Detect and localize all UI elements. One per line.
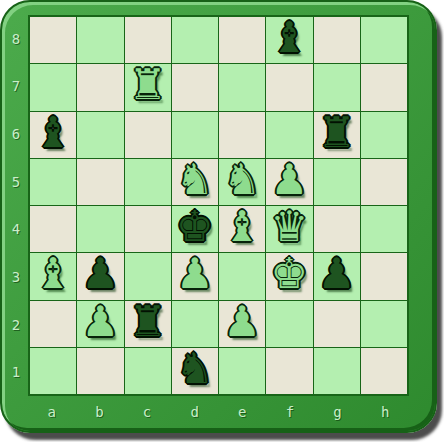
square-d8[interactable]	[172, 17, 218, 63]
square-b1[interactable]	[77, 348, 123, 394]
piece-white-pawn-e2[interactable]: ♟	[223, 301, 261, 343]
square-h8[interactable]	[361, 17, 407, 63]
rank-label-2: 2	[4, 301, 28, 349]
file-label-g: g	[314, 397, 362, 427]
square-a8[interactable]	[30, 17, 76, 63]
file-label-b: b	[76, 397, 124, 427]
square-f1[interactable]	[266, 348, 312, 394]
piece-white-rook-c7[interactable]: ♜	[129, 64, 167, 106]
square-f3[interactable]: ♚	[266, 253, 312, 299]
square-g2[interactable]	[314, 301, 360, 347]
square-e2[interactable]: ♟	[219, 301, 265, 347]
piece-black-king-d4[interactable]: ♚	[176, 206, 214, 248]
square-c3[interactable]	[125, 253, 171, 299]
rank-label-3: 3	[4, 253, 28, 301]
rank-label-8: 8	[4, 15, 28, 63]
square-b2[interactable]: ♟	[77, 301, 123, 347]
square-h1[interactable]	[361, 348, 407, 394]
square-d3[interactable]: ♟	[172, 253, 218, 299]
square-d2[interactable]	[172, 301, 218, 347]
square-g4[interactable]	[314, 206, 360, 252]
square-f2[interactable]	[266, 301, 312, 347]
square-d6[interactable]	[172, 112, 218, 158]
file-label-e: e	[219, 397, 267, 427]
square-c2[interactable]: ♜	[125, 301, 171, 347]
square-d5[interactable]: ♞	[172, 159, 218, 205]
file-label-f: f	[266, 397, 314, 427]
square-d4[interactable]: ♚	[172, 206, 218, 252]
square-a7[interactable]	[30, 64, 76, 110]
square-b3[interactable]: ♟	[77, 253, 123, 299]
rank-label-1: 1	[4, 348, 28, 396]
square-e7[interactable]	[219, 64, 265, 110]
square-b6[interactable]	[77, 112, 123, 158]
piece-white-pawn-b2[interactable]: ♟	[82, 301, 120, 343]
square-f4[interactable]: ♛	[266, 206, 312, 252]
rank-label-7: 7	[4, 63, 28, 111]
square-d7[interactable]	[172, 64, 218, 110]
piece-white-bishop-a3[interactable]: ♝	[34, 253, 72, 295]
piece-white-pawn-f5[interactable]: ♟	[271, 159, 309, 201]
square-g1[interactable]	[314, 348, 360, 394]
chess-board: ♝♜♝♜♞♞♟♚♝♛♝♟♟♚♟♟♜♟♞	[28, 15, 409, 396]
rank-label-6: 6	[4, 110, 28, 158]
piece-white-queen-f4[interactable]: ♛	[271, 206, 309, 248]
square-g5[interactable]	[314, 159, 360, 205]
square-f7[interactable]	[266, 64, 312, 110]
square-a5[interactable]	[30, 159, 76, 205]
square-e4[interactable]: ♝	[219, 206, 265, 252]
piece-black-pawn-b3[interactable]: ♟	[82, 253, 120, 295]
square-h5[interactable]	[361, 159, 407, 205]
piece-white-knight-e5[interactable]: ♞	[223, 159, 261, 201]
square-a4[interactable]	[30, 206, 76, 252]
square-g6[interactable]: ♜	[314, 112, 360, 158]
file-labels: abcdefgh	[28, 397, 409, 427]
file-label-a: a	[28, 397, 76, 427]
square-f8[interactable]: ♝	[266, 17, 312, 63]
square-h6[interactable]	[361, 112, 407, 158]
piece-black-rook-g6[interactable]: ♜	[318, 112, 356, 154]
piece-white-king-f3[interactable]: ♚	[271, 253, 309, 295]
rank-label-4: 4	[4, 206, 28, 254]
square-h3[interactable]	[361, 253, 407, 299]
rank-label-5: 5	[4, 158, 28, 206]
square-h4[interactable]	[361, 206, 407, 252]
piece-black-knight-d1[interactable]: ♞	[176, 348, 214, 390]
square-g7[interactable]	[314, 64, 360, 110]
chess-app-window: ♝♜♝♜♞♞♟♚♝♛♝♟♟♚♟♟♜♟♞ 87654321 abcdefgh	[0, 0, 444, 442]
file-label-d: d	[171, 397, 219, 427]
file-label-h: h	[361, 397, 409, 427]
rank-labels: 87654321	[4, 15, 28, 396]
square-b5[interactable]	[77, 159, 123, 205]
square-c4[interactable]	[125, 206, 171, 252]
square-c7[interactable]: ♜	[125, 64, 171, 110]
square-d1[interactable]: ♞	[172, 348, 218, 394]
piece-white-bishop-e4[interactable]: ♝	[223, 206, 261, 248]
square-c6[interactable]	[125, 112, 171, 158]
piece-white-pawn-d3[interactable]: ♟	[176, 253, 214, 295]
square-g8[interactable]	[314, 17, 360, 63]
piece-black-pawn-g3[interactable]: ♟	[318, 253, 356, 295]
piece-black-bishop-f8[interactable]: ♝	[271, 17, 309, 59]
square-c5[interactable]	[125, 159, 171, 205]
square-f5[interactable]: ♟	[266, 159, 312, 205]
square-e3[interactable]	[219, 253, 265, 299]
square-h2[interactable]	[361, 301, 407, 347]
square-b7[interactable]	[77, 64, 123, 110]
square-e5[interactable]: ♞	[219, 159, 265, 205]
square-f6[interactable]	[266, 112, 312, 158]
square-a3[interactable]: ♝	[30, 253, 76, 299]
square-h7[interactable]	[361, 64, 407, 110]
square-b8[interactable]	[77, 17, 123, 63]
square-e6[interactable]	[219, 112, 265, 158]
square-a2[interactable]	[30, 301, 76, 347]
square-e8[interactable]	[219, 17, 265, 63]
piece-black-bishop-a6[interactable]: ♝	[34, 112, 72, 154]
square-c8[interactable]	[125, 17, 171, 63]
square-g3[interactable]: ♟	[314, 253, 360, 299]
square-c1[interactable]	[125, 348, 171, 394]
square-a1[interactable]	[30, 348, 76, 394]
file-label-c: c	[123, 397, 171, 427]
piece-black-rook-c2[interactable]: ♜	[129, 301, 167, 343]
square-b4[interactable]	[77, 206, 123, 252]
square-e1[interactable]	[219, 348, 265, 394]
square-a6[interactable]: ♝	[30, 112, 76, 158]
piece-white-knight-d5[interactable]: ♞	[176, 159, 214, 201]
